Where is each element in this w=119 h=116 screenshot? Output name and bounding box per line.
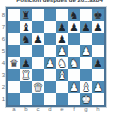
square-g7[interactable]: ♟ bbox=[80, 21, 92, 33]
square-e7[interactable]: ♟ bbox=[56, 21, 68, 33]
file-labels: abcdefgh bbox=[8, 105, 104, 114]
square-g5[interactable]: ♟ bbox=[80, 45, 92, 57]
piece-white-pawn: ♟ bbox=[56, 45, 68, 57]
piece-black-pawn: ♟ bbox=[68, 21, 80, 33]
file-label-a: a bbox=[8, 105, 20, 114]
square-d7[interactable] bbox=[44, 21, 56, 33]
square-b6[interactable]: ♞ bbox=[20, 33, 32, 45]
square-d6[interactable] bbox=[44, 33, 56, 45]
square-f8[interactable]: ♞ bbox=[68, 9, 80, 21]
piece-white-bishop: ♝ bbox=[80, 81, 92, 93]
square-c2[interactable]: ♛ bbox=[32, 81, 44, 93]
square-a1[interactable] bbox=[8, 93, 20, 105]
square-e5[interactable]: ♟ bbox=[56, 45, 68, 57]
file-label-b: b bbox=[20, 105, 32, 114]
square-e6[interactable]: ♟ bbox=[56, 33, 68, 45]
square-e4[interactable]: ♞ bbox=[56, 57, 68, 69]
rank-label-4: 4 bbox=[0, 57, 5, 69]
square-a5[interactable] bbox=[8, 45, 20, 57]
piece-black-pawn: ♟ bbox=[20, 57, 32, 69]
file-label-e: e bbox=[56, 105, 68, 114]
chess-board-frame: ♜♞♚♝♟♟♟♟♞♟♟♟♟♛♟♟♞♞♟♜♝♛♟♝♟♚ bbox=[6, 7, 106, 107]
square-d3[interactable] bbox=[44, 69, 56, 81]
square-f4[interactable]: ♞ bbox=[68, 57, 80, 69]
square-d5[interactable] bbox=[44, 45, 56, 57]
square-h4[interactable]: ♟ bbox=[92, 57, 104, 69]
square-e2[interactable] bbox=[56, 81, 68, 93]
square-e8[interactable] bbox=[56, 9, 68, 21]
square-b4[interactable]: ♟ bbox=[20, 57, 32, 69]
square-c6[interactable]: ♟ bbox=[32, 33, 44, 45]
square-a4[interactable]: ♛ bbox=[8, 57, 20, 69]
square-a8[interactable] bbox=[8, 9, 20, 21]
chess-board: ♜♞♚♝♟♟♟♟♞♟♟♟♟♛♟♟♞♞♟♜♝♛♟♝♟♚ bbox=[8, 9, 104, 105]
square-f6[interactable] bbox=[68, 33, 80, 45]
file-label-d: d bbox=[44, 105, 56, 114]
piece-white-knight: ♞ bbox=[56, 57, 68, 69]
piece-black-king: ♚ bbox=[92, 9, 104, 21]
square-c4[interactable] bbox=[32, 57, 44, 69]
piece-black-knight: ♞ bbox=[68, 9, 80, 21]
square-h2[interactable]: ♟ bbox=[92, 81, 104, 93]
square-c8[interactable] bbox=[32, 9, 44, 21]
square-h1[interactable] bbox=[92, 93, 104, 105]
piece-black-pawn: ♟ bbox=[92, 21, 104, 33]
piece-black-queen: ♛ bbox=[8, 57, 20, 69]
square-a2[interactable] bbox=[8, 81, 20, 93]
square-f2[interactable]: ♟ bbox=[68, 81, 80, 93]
piece-white-king: ♚ bbox=[80, 93, 92, 105]
square-h3[interactable] bbox=[92, 69, 104, 81]
square-e1[interactable] bbox=[56, 93, 68, 105]
diagram-caption: Posición después de 26...axb4 bbox=[0, 0, 119, 6]
square-d2[interactable] bbox=[44, 81, 56, 93]
square-g8[interactable] bbox=[80, 9, 92, 21]
square-d8[interactable] bbox=[44, 9, 56, 21]
rank-label-7: 7 bbox=[0, 21, 5, 33]
piece-white-queen: ♛ bbox=[32, 81, 44, 93]
rank-label-8: 8 bbox=[0, 9, 5, 21]
file-label-g: g bbox=[80, 105, 92, 114]
piece-white-pawn: ♟ bbox=[68, 81, 80, 93]
square-h5[interactable] bbox=[92, 45, 104, 57]
square-g2[interactable]: ♝ bbox=[80, 81, 92, 93]
piece-white-knight: ♞ bbox=[68, 57, 80, 69]
square-d1[interactable] bbox=[44, 93, 56, 105]
piece-black-knight: ♞ bbox=[20, 33, 32, 45]
piece-black-pawn: ♟ bbox=[56, 33, 68, 45]
piece-black-pawn: ♟ bbox=[92, 57, 104, 69]
rank-label-3: 3 bbox=[0, 69, 5, 81]
square-g1[interactable]: ♚ bbox=[80, 93, 92, 105]
file-label-c: c bbox=[32, 105, 44, 114]
piece-white-pawn: ♟ bbox=[92, 81, 104, 93]
square-b1[interactable] bbox=[20, 93, 32, 105]
square-c1[interactable] bbox=[32, 93, 44, 105]
square-f5[interactable] bbox=[68, 45, 80, 57]
square-b5[interactable] bbox=[20, 45, 32, 57]
square-a7[interactable] bbox=[8, 21, 20, 33]
piece-black-bishop: ♝ bbox=[20, 21, 32, 33]
square-g4[interactable] bbox=[80, 57, 92, 69]
square-d4[interactable]: ♟ bbox=[44, 57, 56, 69]
square-f3[interactable] bbox=[68, 69, 80, 81]
rank-label-2: 2 bbox=[0, 81, 5, 93]
square-b2[interactable] bbox=[20, 81, 32, 93]
piece-black-rook: ♜ bbox=[20, 9, 32, 21]
rank-labels: 87654321 bbox=[0, 9, 5, 105]
square-b8[interactable]: ♜ bbox=[20, 9, 32, 21]
rank-label-6: 6 bbox=[0, 33, 5, 45]
piece-white-pawn: ♟ bbox=[80, 45, 92, 57]
square-b7[interactable]: ♝ bbox=[20, 21, 32, 33]
square-f1[interactable] bbox=[68, 93, 80, 105]
piece-white-rook: ♜ bbox=[20, 69, 32, 81]
square-h8[interactable]: ♚ bbox=[92, 9, 104, 21]
square-a3[interactable] bbox=[8, 69, 20, 81]
square-a6[interactable] bbox=[8, 33, 20, 45]
square-g6[interactable] bbox=[80, 33, 92, 45]
piece-white-pawn: ♟ bbox=[44, 57, 56, 69]
piece-black-pawn: ♟ bbox=[80, 21, 92, 33]
square-c3[interactable] bbox=[32, 69, 44, 81]
square-c5[interactable] bbox=[32, 45, 44, 57]
square-b3[interactable]: ♜ bbox=[20, 69, 32, 81]
square-c7[interactable] bbox=[32, 21, 44, 33]
square-g3[interactable] bbox=[80, 69, 92, 81]
square-h6[interactable] bbox=[92, 33, 104, 45]
piece-black-pawn: ♟ bbox=[32, 33, 44, 45]
square-f7[interactable]: ♟ bbox=[68, 21, 80, 33]
square-h7[interactable]: ♟ bbox=[92, 21, 104, 33]
file-label-h: h bbox=[92, 105, 104, 114]
piece-white-bishop: ♝ bbox=[56, 69, 68, 81]
file-label-f: f bbox=[68, 105, 80, 114]
piece-black-pawn: ♟ bbox=[56, 21, 68, 33]
rank-label-1: 1 bbox=[0, 93, 5, 105]
square-e3[interactable]: ♝ bbox=[56, 69, 68, 81]
rank-label-5: 5 bbox=[0, 45, 5, 57]
